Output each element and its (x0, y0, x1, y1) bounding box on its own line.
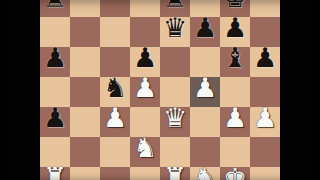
piece-white-pawn-g4[interactable]: ♟ (220, 103, 250, 133)
piece-white-knight-d3[interactable]: ♞ (130, 133, 160, 163)
piece-black-pawn-f7[interactable]: ♟ (190, 13, 220, 43)
square-f4[interactable] (190, 107, 220, 137)
square-e4[interactable]: ♛ (160, 107, 190, 137)
piece-white-queen-e4[interactable]: ♛ (160, 103, 190, 133)
piece-white-pawn-d5[interactable]: ♟ (130, 73, 160, 103)
piece-black-pawn-a4[interactable]: ♟ (40, 103, 70, 133)
square-b6[interactable] (70, 47, 100, 77)
square-b2[interactable] (70, 167, 100, 180)
piece-black-rook-e8[interactable]: ♜ (160, 0, 190, 13)
square-d5[interactable]: ♟ (130, 77, 160, 107)
square-f8[interactable] (190, 0, 220, 17)
square-f3[interactable] (190, 137, 220, 167)
square-f7[interactable]: ♟ (190, 17, 220, 47)
square-f6[interactable] (190, 47, 220, 77)
piece-black-pawn-g7[interactable]: ♟ (220, 13, 250, 43)
square-g3[interactable] (220, 137, 250, 167)
square-d4[interactable] (130, 107, 160, 137)
square-b8[interactable] (70, 0, 100, 17)
square-h7[interactable] (250, 17, 280, 47)
square-e8[interactable]: ♜ (160, 0, 190, 17)
square-e3[interactable] (160, 137, 190, 167)
square-c7[interactable] (100, 17, 130, 47)
square-h4[interactable]: ♟ (250, 107, 280, 137)
square-f2[interactable]: ♞ (190, 167, 220, 180)
square-g5[interactable] (220, 77, 250, 107)
piece-black-queen-e7[interactable]: ♛ (160, 13, 190, 43)
square-b4[interactable] (70, 107, 100, 137)
chess-board: ♜♜♚♛♟♟♟♟♝♟♞♟♟♟♟♛♟♟♞♜♜♞♚ (40, 0, 280, 180)
square-h5[interactable] (250, 77, 280, 107)
piece-white-pawn-f5[interactable]: ♟ (190, 73, 220, 103)
video-frame: ♜♜♚♛♟♟♟♟♝♟♞♟♟♟♟♛♟♟♞♜♜♞♚ (0, 0, 320, 180)
square-b5[interactable] (70, 77, 100, 107)
square-g6[interactable]: ♝ (220, 47, 250, 77)
piece-black-pawn-h6[interactable]: ♟ (250, 43, 280, 73)
square-a2[interactable]: ♜ (40, 167, 70, 180)
piece-black-knight-c5[interactable]: ♞ (100, 73, 130, 103)
square-a7[interactable] (40, 17, 70, 47)
square-e7[interactable]: ♛ (160, 17, 190, 47)
square-h8[interactable] (250, 0, 280, 17)
square-e2[interactable]: ♜ (160, 167, 190, 180)
square-f5[interactable]: ♟ (190, 77, 220, 107)
square-c5[interactable]: ♞ (100, 77, 130, 107)
square-c8[interactable] (100, 0, 130, 17)
piece-black-pawn-d6[interactable]: ♟ (130, 43, 160, 73)
square-b7[interactable] (70, 17, 100, 47)
square-e6[interactable] (160, 47, 190, 77)
square-g2[interactable]: ♚ (220, 167, 250, 180)
square-d8[interactable] (130, 0, 160, 17)
letterbox-bar-left (0, 0, 40, 180)
piece-black-pawn-a6[interactable]: ♟ (40, 43, 70, 73)
square-c6[interactable] (100, 47, 130, 77)
piece-black-king-g8[interactable]: ♚ (220, 0, 250, 13)
square-g7[interactable]: ♟ (220, 17, 250, 47)
square-a3[interactable] (40, 137, 70, 167)
piece-black-bishop-g6[interactable]: ♝ (220, 43, 250, 73)
square-d6[interactable]: ♟ (130, 47, 160, 77)
square-g4[interactable]: ♟ (220, 107, 250, 137)
letterbox-bar-right (280, 0, 320, 180)
square-a5[interactable] (40, 77, 70, 107)
square-a6[interactable]: ♟ (40, 47, 70, 77)
square-c4[interactable]: ♟ (100, 107, 130, 137)
square-c2[interactable] (100, 167, 130, 180)
square-h3[interactable] (250, 137, 280, 167)
piece-white-pawn-h4[interactable]: ♟ (250, 103, 280, 133)
square-d7[interactable] (130, 17, 160, 47)
square-c3[interactable] (100, 137, 130, 167)
square-e5[interactable] (160, 77, 190, 107)
square-a4[interactable]: ♟ (40, 107, 70, 137)
square-h2[interactable] (250, 167, 280, 180)
square-d3[interactable]: ♞ (130, 137, 160, 167)
piece-white-pawn-c4[interactable]: ♟ (100, 103, 130, 133)
square-a8[interactable]: ♜ (40, 0, 70, 17)
square-h6[interactable]: ♟ (250, 47, 280, 77)
square-d2[interactable] (130, 167, 160, 180)
square-b3[interactable] (70, 137, 100, 167)
piece-black-rook-a8[interactable]: ♜ (40, 0, 70, 13)
square-g8[interactable]: ♚ (220, 0, 250, 17)
